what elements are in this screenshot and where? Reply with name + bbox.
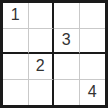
cell-r4c3[interactable] [54, 80, 80, 106]
cell-r4c4[interactable]: 4 [80, 80, 106, 106]
cell-r1c3[interactable] [54, 3, 80, 29]
sudoku-board: 1 3 2 4 [0, 0, 108, 108]
cell-r4c1[interactable] [3, 80, 29, 106]
cell-r3c3[interactable] [54, 54, 80, 80]
cell-r3c1[interactable] [3, 54, 29, 80]
cell-r1c2[interactable] [29, 3, 55, 29]
cell-r1c4[interactable] [80, 3, 106, 29]
cell-r2c2[interactable] [29, 29, 55, 55]
cell-r3c2[interactable]: 2 [29, 54, 55, 80]
cell-r3c4[interactable] [80, 54, 106, 80]
cell-r4c2[interactable] [29, 80, 55, 106]
cell-r2c1[interactable] [3, 29, 29, 55]
cell-r2c4[interactable] [80, 29, 106, 55]
cell-r2c3[interactable]: 3 [54, 29, 80, 55]
cell-r1c1[interactable]: 1 [3, 3, 29, 29]
